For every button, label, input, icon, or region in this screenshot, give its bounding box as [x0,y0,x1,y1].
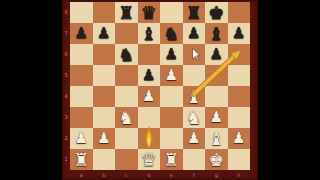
square-f7[interactable]: ♟ [183,23,206,44]
square-g6[interactable]: ♟ [205,44,228,65]
piece-white-pawn[interactable]: ♟ [210,107,223,128]
piece-white-pawn[interactable]: ♟ [75,128,88,149]
piece-white-knight[interactable]: ♞ [118,107,134,128]
file-label-e: e [160,170,183,180]
square-d4[interactable]: ♟ [138,86,161,107]
square-b1[interactable] [93,149,116,170]
square-h7[interactable]: ♟ [228,23,251,44]
square-g7[interactable]: ♝ [205,23,228,44]
left-black-bar [0,0,62,180]
square-c5[interactable] [115,65,138,86]
square-h1[interactable] [228,149,251,170]
piece-black-pawn[interactable]: ♟ [75,23,88,44]
piece-white-bishop[interactable]: ♝ [208,128,224,149]
square-c2[interactable] [115,128,138,149]
piece-black-bishop[interactable]: ♝ [141,23,157,44]
piece-white-rook[interactable]: ♜ [73,149,89,170]
square-g8[interactable]: ♚ [205,2,228,23]
square-b7[interactable]: ♟ [93,23,116,44]
square-e2[interactable] [160,128,183,149]
rank-label-7: 7 [62,23,70,44]
piece-black-knight[interactable]: ♞ [163,23,179,44]
square-c4[interactable] [115,86,138,107]
square-d3[interactable] [138,107,161,128]
right-black-bar [258,0,320,180]
square-f3[interactable]: ♞ [183,107,206,128]
board[interactable]: ♜♛♜♚♟♟♝♞♟♝♟♞♟♟♟♟♟♝♞♞♟♟♟♟♝♟♜♛♜♚ [70,2,250,170]
file-label-b: b [93,170,116,180]
square-a4[interactable] [70,86,93,107]
piece-black-queen[interactable]: ♛ [141,2,157,23]
rank-label-8: 8 [62,2,70,23]
square-h3[interactable] [228,107,251,128]
piece-black-pawn[interactable]: ♟ [142,65,155,86]
square-b4[interactable] [93,86,116,107]
square-e4[interactable] [160,86,183,107]
square-a8[interactable] [70,2,93,23]
piece-black-bishop[interactable]: ♝ [208,23,224,44]
square-g5[interactable] [205,65,228,86]
square-f1[interactable] [183,149,206,170]
file-label-h: h [228,170,251,180]
piece-black-pawn[interactable]: ♟ [210,44,223,65]
file-label-d: d [138,170,161,180]
square-f6[interactable] [183,44,206,65]
piece-white-pawn[interactable]: ♟ [187,128,200,149]
square-a2[interactable]: ♟ [70,128,93,149]
file-label-c: c [115,170,138,180]
square-a7[interactable]: ♟ [70,23,93,44]
square-e6[interactable]: ♟ [160,44,183,65]
square-c3[interactable]: ♞ [115,107,138,128]
square-f4[interactable]: ♝ [183,86,206,107]
square-b5[interactable] [93,65,116,86]
piece-white-queen[interactable]: ♛ [141,149,157,170]
square-b8[interactable] [93,2,116,23]
rank-label-1: 1 [62,149,70,170]
square-a5[interactable] [70,65,93,86]
square-c6[interactable]: ♞ [115,44,138,65]
piece-white-pawn[interactable]: ♟ [97,128,110,149]
rank-label-5: 5 [62,65,70,86]
piece-black-rook[interactable]: ♜ [118,2,134,23]
piece-white-pawn[interactable]: ♟ [232,128,245,149]
square-c8[interactable]: ♜ [115,2,138,23]
square-f2[interactable]: ♟ [183,128,206,149]
square-h4[interactable] [228,86,251,107]
rank-label-6: 6 [62,44,70,65]
square-e1[interactable]: ♜ [160,149,183,170]
piece-black-pawn[interactable]: ♟ [232,23,245,44]
square-a6[interactable] [70,44,93,65]
square-c7[interactable] [115,23,138,44]
square-b3[interactable] [93,107,116,128]
piece-white-bishop[interactable]: ♝ [186,86,202,107]
square-h8[interactable] [228,2,251,23]
file-label-a: a [70,170,93,180]
file-label-g: g [205,170,228,180]
square-d8[interactable]: ♛ [138,2,161,23]
square-h2[interactable]: ♟ [228,128,251,149]
square-g1[interactable]: ♚ [205,149,228,170]
square-c1[interactable] [115,149,138,170]
square-f8[interactable]: ♜ [183,2,206,23]
square-d1[interactable]: ♛ [138,149,161,170]
piece-white-king[interactable]: ♚ [208,149,224,170]
piece-white-rook[interactable]: ♜ [163,149,179,170]
square-e7[interactable]: ♞ [160,23,183,44]
square-f5[interactable] [183,65,206,86]
square-b6[interactable] [93,44,116,65]
rank-label-3: 3 [62,107,70,128]
file-coordinates: abcdefgh [70,170,250,180]
square-e8[interactable] [160,2,183,23]
square-a3[interactable] [70,107,93,128]
rank-label-4: 4 [62,86,70,107]
piece-white-knight[interactable]: ♞ [186,107,202,128]
piece-white-pawn[interactable]: ♟ [142,86,155,107]
rank-label-2: 2 [62,128,70,149]
piece-white-pawn[interactable]: ♟ [165,65,178,86]
square-g2[interactable]: ♝ [205,128,228,149]
piece-black-rook[interactable]: ♜ [186,2,202,23]
piece-black-pawn[interactable]: ♟ [97,23,110,44]
square-h5[interactable] [228,65,251,86]
square-a1[interactable]: ♜ [70,149,93,170]
square-e5[interactable]: ♟ [160,65,183,86]
square-g4[interactable] [205,86,228,107]
file-label-f: f [183,170,206,180]
square-d7[interactable]: ♝ [138,23,161,44]
square-e3[interactable] [160,107,183,128]
square-g3[interactable]: ♟ [205,107,228,128]
video-frame: 87654321 ♜♛♜♚♟♟♝♞♟♝♟♞♟♟♟♟♟♝♞♞♟♟♟♟♝♟♜♛♜♚ … [0,0,320,180]
piece-black-pawn[interactable]: ♟ [165,44,178,65]
square-b2[interactable]: ♟ [93,128,116,149]
piece-black-king[interactable]: ♚ [208,2,224,23]
piece-black-pawn[interactable]: ♟ [187,23,200,44]
square-d5[interactable]: ♟ [138,65,161,86]
square-h6[interactable] [228,44,251,65]
square-d6[interactable] [138,44,161,65]
rank-coordinates: 87654321 [62,2,70,170]
piece-black-knight[interactable]: ♞ [118,44,134,65]
square-d2[interactable] [138,128,161,149]
